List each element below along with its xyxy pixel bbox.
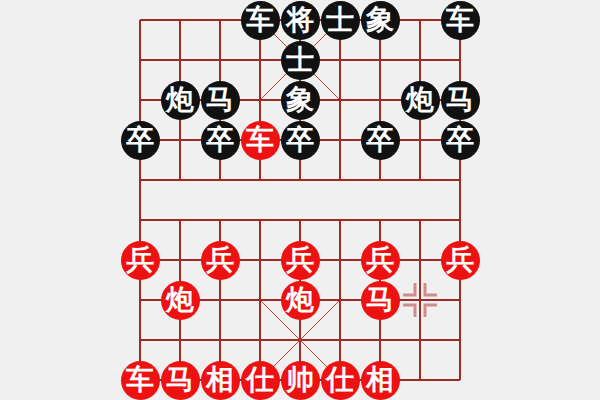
- piece-red-soldier[interactable]: 兵: [441, 241, 480, 280]
- piece-red-soldier[interactable]: 兵: [361, 241, 400, 280]
- piece-black-cannon[interactable]: 炮: [401, 81, 440, 120]
- piece-black-chariot[interactable]: 车: [441, 1, 480, 40]
- piece-black-soldier[interactable]: 卒: [441, 121, 480, 160]
- piece-black-cannon[interactable]: 炮: [161, 81, 200, 120]
- xiangqi-board: 车将士象车士炮马象炮马卒卒车卒卒卒兵兵兵兵兵炮炮马车马相仕帅仕相: [0, 0, 600, 400]
- piece-black-advisor[interactable]: 士: [321, 1, 360, 40]
- piece-black-soldier[interactable]: 卒: [201, 121, 240, 160]
- piece-red-soldier[interactable]: 兵: [201, 241, 240, 280]
- piece-red-horse[interactable]: 马: [161, 361, 200, 400]
- pieces-layer: 车将士象车士炮马象炮马卒卒车卒卒卒兵兵兵兵兵炮炮马车马相仕帅仕相: [120, 0, 480, 400]
- piece-red-elephant[interactable]: 相: [361, 361, 400, 400]
- piece-red-soldier[interactable]: 兵: [121, 241, 160, 280]
- piece-red-advisor[interactable]: 仕: [241, 361, 280, 400]
- piece-black-advisor[interactable]: 士: [281, 41, 320, 80]
- piece-red-soldier[interactable]: 兵: [281, 241, 320, 280]
- piece-red-general[interactable]: 帅: [281, 361, 320, 400]
- piece-red-chariot[interactable]: 车: [241, 121, 280, 160]
- piece-red-elephant[interactable]: 相: [201, 361, 240, 400]
- piece-black-horse[interactable]: 马: [201, 81, 240, 120]
- piece-black-elephant[interactable]: 象: [361, 1, 400, 40]
- piece-black-soldier[interactable]: 卒: [121, 121, 160, 160]
- piece-black-elephant[interactable]: 象: [281, 81, 320, 120]
- piece-black-chariot[interactable]: 车: [241, 1, 280, 40]
- piece-black-general[interactable]: 将: [281, 1, 320, 40]
- piece-black-soldier[interactable]: 卒: [281, 121, 320, 160]
- piece-red-horse[interactable]: 马: [361, 281, 400, 320]
- piece-red-cannon[interactable]: 炮: [161, 281, 200, 320]
- piece-red-cannon[interactable]: 炮: [281, 281, 320, 320]
- piece-red-chariot[interactable]: 车: [121, 361, 160, 400]
- piece-red-advisor[interactable]: 仕: [321, 361, 360, 400]
- piece-black-soldier[interactable]: 卒: [361, 121, 400, 160]
- piece-black-horse[interactable]: 马: [441, 81, 480, 120]
